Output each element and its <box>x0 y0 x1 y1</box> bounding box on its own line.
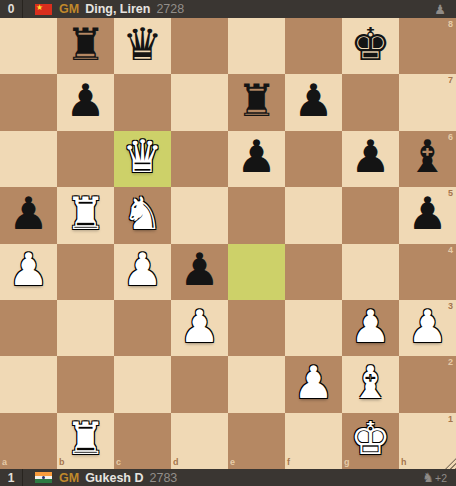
square-h3[interactable]: ♟ <box>399 300 456 356</box>
piece-white-pawn[interactable]: ♟ <box>8 247 48 292</box>
square-a1[interactable] <box>0 413 57 469</box>
square-b7[interactable]: ♟ <box>57 74 114 130</box>
square-a4[interactable]: ♟ <box>0 244 57 300</box>
piece-white-pawn[interactable]: ♟ <box>350 304 390 349</box>
square-d6[interactable] <box>171 131 228 187</box>
piece-black-pawn[interactable]: ♟ <box>179 247 219 292</box>
square-a6[interactable] <box>0 131 57 187</box>
top-player-title: GM <box>59 2 79 16</box>
square-h4[interactable] <box>399 244 456 300</box>
square-g8[interactable]: ♚ <box>342 18 399 74</box>
piece-white-bishop[interactable]: ♝ <box>350 360 390 405</box>
top-player-score: 0 <box>0 0 23 18</box>
bottom-material-advantage: ♞ +2 <box>422 471 447 484</box>
piece-black-pawn[interactable]: ♟ <box>407 191 447 236</box>
bottom-player-name: Gukesh D <box>85 471 143 485</box>
square-g3[interactable]: ♟ <box>342 300 399 356</box>
square-f8[interactable] <box>285 18 342 74</box>
square-c3[interactable] <box>114 300 171 356</box>
square-a8[interactable] <box>0 18 57 74</box>
piece-black-rook[interactable]: ♜ <box>65 22 105 67</box>
square-c1[interactable] <box>114 413 171 469</box>
piece-white-king[interactable]: ♚ <box>350 416 390 461</box>
square-d1[interactable] <box>171 413 228 469</box>
square-e2[interactable] <box>228 356 285 412</box>
square-h6[interactable]: ♝ <box>399 131 456 187</box>
square-f5[interactable] <box>285 187 342 243</box>
piece-black-bishop[interactable]: ♝ <box>407 134 447 179</box>
square-c8[interactable]: ♛ <box>114 18 171 74</box>
top-player-rating: 2728 <box>156 2 184 16</box>
square-d5[interactable] <box>171 187 228 243</box>
square-e3[interactable] <box>228 300 285 356</box>
piece-white-pawn[interactable]: ♟ <box>407 304 447 349</box>
piece-black-pawn[interactable]: ♟ <box>236 134 276 179</box>
top-player-bar: 0 ★ GM Ding, Liren 2728 ♟ <box>0 0 456 18</box>
piece-black-pawn[interactable]: ♟ <box>293 78 333 123</box>
square-c4[interactable]: ♟ <box>114 244 171 300</box>
square-e1[interactable] <box>228 413 285 469</box>
piece-white-rook[interactable]: ♜ <box>65 416 105 461</box>
piece-black-pawn[interactable]: ♟ <box>350 134 390 179</box>
square-h5[interactable]: ♟ <box>399 187 456 243</box>
piece-white-pawn[interactable]: ♟ <box>122 247 162 292</box>
top-material-advantage: ♟ <box>434 3 447 16</box>
flag-china-icon: ★ <box>35 4 52 15</box>
square-a2[interactable] <box>0 356 57 412</box>
square-f6[interactable] <box>285 131 342 187</box>
square-a3[interactable] <box>0 300 57 356</box>
piece-black-rook[interactable]: ♜ <box>236 78 276 123</box>
square-e7[interactable]: ♜ <box>228 74 285 130</box>
square-c5[interactable]: ♞ <box>114 187 171 243</box>
square-d2[interactable] <box>171 356 228 412</box>
piece-white-pawn[interactable]: ♟ <box>179 304 219 349</box>
top-player-name: Ding, Liren <box>85 2 150 16</box>
bottom-player-title: GM <box>59 471 79 485</box>
piece-black-queen[interactable]: ♛ <box>122 22 162 67</box>
bottom-material-text: +2 <box>435 472 447 484</box>
pawn-icon: ♟ <box>434 3 446 16</box>
square-e6[interactable]: ♟ <box>228 131 285 187</box>
square-b3[interactable] <box>57 300 114 356</box>
square-b2[interactable] <box>57 356 114 412</box>
knight-icon: ♞ <box>422 471 434 484</box>
square-h7[interactable] <box>399 74 456 130</box>
square-g4[interactable] <box>342 244 399 300</box>
piece-black-pawn[interactable]: ♟ <box>8 191 48 236</box>
square-b1[interactable]: ♜ <box>57 413 114 469</box>
bottom-player-rating: 2783 <box>150 471 178 485</box>
square-d4[interactable]: ♟ <box>171 244 228 300</box>
square-g6[interactable]: ♟ <box>342 131 399 187</box>
square-d8[interactable] <box>171 18 228 74</box>
square-h2[interactable] <box>399 356 456 412</box>
square-c7[interactable] <box>114 74 171 130</box>
bottom-player-score: 1 <box>0 469 23 486</box>
square-g5[interactable] <box>342 187 399 243</box>
chess-board: ♜♛♚♟♜♟♛♟♟♝♟♜♞♟♟♟♟♟♟♟♟♝♜♚87654321abcdefgh <box>0 18 456 469</box>
piece-black-pawn[interactable]: ♟ <box>65 78 105 123</box>
square-d7[interactable] <box>171 74 228 130</box>
square-c6[interactable]: ♛ <box>114 131 171 187</box>
piece-white-pawn[interactable]: ♟ <box>293 360 333 405</box>
square-d3[interactable]: ♟ <box>171 300 228 356</box>
piece-white-rook[interactable]: ♜ <box>65 191 105 236</box>
square-f4[interactable] <box>285 244 342 300</box>
square-g7[interactable] <box>342 74 399 130</box>
square-a5[interactable]: ♟ <box>0 187 57 243</box>
square-h8[interactable] <box>399 18 456 74</box>
bottom-player-bar: 1 GM Gukesh D 2783 ♞ +2 <box>0 469 456 486</box>
square-f2[interactable]: ♟ <box>285 356 342 412</box>
square-b8[interactable]: ♜ <box>57 18 114 74</box>
square-f7[interactable]: ♟ <box>285 74 342 130</box>
square-g1[interactable]: ♚ <box>342 413 399 469</box>
square-a7[interactable] <box>0 74 57 130</box>
piece-white-knight[interactable]: ♞ <box>122 191 162 236</box>
square-g2[interactable]: ♝ <box>342 356 399 412</box>
square-b4[interactable] <box>57 244 114 300</box>
square-h1[interactable] <box>399 413 456 469</box>
piece-white-queen[interactable]: ♛ <box>122 134 162 179</box>
square-c2[interactable] <box>114 356 171 412</box>
piece-black-king[interactable]: ♚ <box>350 22 390 67</box>
square-e4[interactable] <box>228 244 285 300</box>
square-e5[interactable] <box>228 187 285 243</box>
square-b5[interactable]: ♜ <box>57 187 114 243</box>
square-b6[interactable] <box>57 131 114 187</box>
square-f3[interactable] <box>285 300 342 356</box>
flag-india-icon <box>35 472 52 483</box>
square-f1[interactable] <box>285 413 342 469</box>
square-e8[interactable] <box>228 18 285 74</box>
chess-app-window: 0 ★ GM Ding, Liren 2728 ♟ ♜♛♚♟♜♟♛♟♟♝♟♜♞♟… <box>0 0 456 486</box>
